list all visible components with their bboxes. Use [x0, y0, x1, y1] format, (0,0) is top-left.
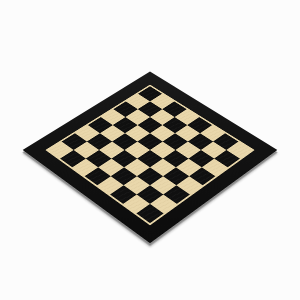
chess-board — [23, 72, 278, 244]
playing-field — [45, 85, 254, 226]
photo-background — [0, 0, 300, 300]
